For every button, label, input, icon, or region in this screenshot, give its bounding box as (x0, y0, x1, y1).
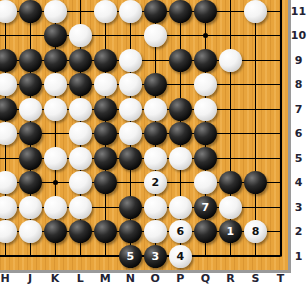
col-label-Q: Q (195, 272, 215, 284)
board-point-L7[interactable] (68, 97, 93, 122)
board-point-S5[interactable] (243, 146, 268, 171)
board-point-L11[interactable] (68, 0, 93, 23)
board-point-S3[interactable] (243, 195, 268, 220)
board-point-O10[interactable] (143, 23, 168, 48)
board-point-P1[interactable]: 4 (168, 244, 193, 269)
white-stone-H4 (0, 171, 17, 194)
board-point-R8[interactable] (218, 72, 243, 97)
board-point-M6[interactable] (93, 121, 118, 146)
white-stone-M8 (94, 73, 117, 96)
board-point-T8[interactable] (268, 72, 288, 97)
board-point-R11[interactable] (218, 0, 243, 23)
board-point-T2[interactable] (268, 220, 288, 245)
white-stone-H6 (0, 122, 17, 145)
white-stone-K7 (44, 98, 67, 121)
black-stone-M9 (94, 49, 117, 72)
black-stone-Q9 (194, 49, 217, 72)
board-point-J10[interactable] (18, 23, 43, 48)
black-stone-Q2 (194, 220, 217, 243)
black-stone-J4 (19, 171, 42, 194)
move-number-label: 7 (202, 202, 210, 213)
black-stone-L2 (69, 220, 92, 243)
star-point-Q10 (203, 33, 208, 38)
white-stone-N7 (119, 98, 142, 121)
board-point-N8[interactable] (118, 72, 143, 97)
board-point-S11[interactable] (243, 0, 268, 23)
white-stone-L7 (69, 98, 92, 121)
board-point-J9[interactable] (18, 48, 43, 73)
row-label-2: 2 (290, 225, 307, 238)
board-point-O5[interactable] (143, 146, 168, 171)
board-point-M9[interactable] (93, 48, 118, 73)
board-point-R5[interactable] (218, 146, 243, 171)
white-stone-M11 (94, 0, 117, 23)
white-stone-N9 (119, 49, 142, 72)
col-label-K: K (45, 272, 65, 284)
white-stone-N11 (119, 0, 142, 23)
board-point-L1[interactable] (68, 244, 93, 269)
board-point-S4[interactable] (243, 171, 268, 196)
board-point-T10[interactable] (268, 23, 288, 48)
row-label-7: 7 (290, 103, 307, 116)
board-point-R3[interactable] (218, 195, 243, 220)
board-point-N5[interactable] (118, 146, 143, 171)
board-point-L2[interactable] (68, 220, 93, 245)
row-label-4: 4 (290, 176, 307, 189)
black-stone-J11 (19, 0, 42, 23)
board-point-K4[interactable] (43, 171, 68, 196)
white-stone-H8 (0, 73, 17, 96)
board-point-Q3[interactable]: 7 (193, 195, 218, 220)
white-stone-O7 (144, 98, 167, 121)
board-point-J3[interactable] (18, 195, 43, 220)
white-stone-L10 (69, 24, 92, 47)
board-point-L10[interactable] (68, 23, 93, 48)
board-point-H6[interactable] (0, 121, 18, 146)
col-label-P: P (170, 272, 190, 284)
board-point-L3[interactable] (68, 195, 93, 220)
white-stone-Q8 (194, 73, 217, 96)
board-point-J6[interactable] (18, 121, 43, 146)
white-stone-N8 (119, 73, 142, 96)
board-point-M7[interactable] (93, 97, 118, 122)
board-point-P3[interactable] (168, 195, 193, 220)
white-stone-H11 (0, 0, 17, 23)
board-point-M2[interactable] (93, 220, 118, 245)
board-point-H10[interactable] (0, 23, 18, 48)
board-point-O11[interactable] (143, 0, 168, 23)
row-label-11: 11 (290, 5, 307, 18)
black-stone-J8 (19, 73, 42, 96)
black-stone-N5 (119, 147, 142, 170)
board-point-S7[interactable] (243, 97, 268, 122)
board-point-N7[interactable] (118, 97, 143, 122)
black-stone-P9 (169, 49, 192, 72)
board-point-P8[interactable] (168, 72, 193, 97)
board-point-Q6[interactable] (193, 121, 218, 146)
board-point-T3[interactable] (268, 195, 288, 220)
black-stone-M5 (94, 147, 117, 170)
board-point-Q1[interactable] (193, 244, 218, 269)
board-point-T6[interactable] (268, 121, 288, 146)
board-point-T4[interactable] (268, 171, 288, 196)
black-stone-H7 (0, 98, 17, 121)
black-stone-N3 (119, 196, 142, 219)
board-point-L4[interactable] (68, 171, 93, 196)
black-stone-S4 (244, 171, 267, 194)
board-point-R1[interactable] (218, 244, 243, 269)
board-point-T11[interactable] (268, 0, 288, 23)
white-stone-O5 (144, 147, 167, 170)
white-stone-P2: 6 (169, 220, 192, 243)
white-stone-S11 (244, 0, 267, 23)
go-board[interactable]: 27618534 (0, 0, 288, 270)
board-point-M5[interactable] (93, 146, 118, 171)
board-point-N10[interactable] (118, 23, 143, 48)
white-stone-Q4 (194, 171, 217, 194)
white-stone-K3 (44, 196, 67, 219)
board-point-R7[interactable] (218, 97, 243, 122)
board-point-P11[interactable] (168, 0, 193, 23)
black-stone-L9 (69, 49, 92, 72)
board-point-Q5[interactable] (193, 146, 218, 171)
black-stone-J9 (19, 49, 42, 72)
col-label-S: S (246, 272, 266, 284)
black-stone-K10 (44, 24, 67, 47)
board-point-T5[interactable] (268, 146, 288, 171)
board-point-J5[interactable] (18, 146, 43, 171)
row-label-5: 5 (290, 152, 307, 165)
board-point-O4[interactable]: 2 (143, 171, 168, 196)
move-number-label: 6 (177, 226, 185, 237)
board-point-Q4[interactable] (193, 171, 218, 196)
black-stone-Q3: 7 (194, 196, 217, 219)
board-point-M3[interactable] (93, 195, 118, 220)
board-point-O1[interactable]: 3 (143, 244, 168, 269)
black-stone-O6 (144, 122, 167, 145)
board-point-O7[interactable] (143, 97, 168, 122)
board-point-Q9[interactable] (193, 48, 218, 73)
white-stone-O3 (144, 196, 167, 219)
white-stone-O10 (144, 24, 167, 47)
board-point-Q10[interactable] (193, 23, 218, 48)
black-stone-M4 (94, 171, 117, 194)
board-point-S2[interactable]: 8 (243, 220, 268, 245)
board-point-P7[interactable] (168, 97, 193, 122)
board-point-N3[interactable] (118, 195, 143, 220)
board-point-J8[interactable] (18, 72, 43, 97)
white-stone-R9 (219, 49, 242, 72)
col-label-R: R (220, 272, 240, 284)
board-point-K8[interactable] (43, 72, 68, 97)
board-point-O8[interactable] (143, 72, 168, 97)
board-point-O9[interactable] (143, 48, 168, 73)
black-stone-O1: 3 (144, 245, 167, 268)
col-label-M: M (95, 272, 115, 284)
board-point-N6[interactable] (118, 121, 143, 146)
row-label-8: 8 (290, 78, 307, 91)
board-point-H8[interactable] (0, 72, 18, 97)
board-point-L5[interactable] (68, 146, 93, 171)
board-point-Q7[interactable] (193, 97, 218, 122)
white-stone-L6 (69, 122, 92, 145)
board-point-N9[interactable] (118, 48, 143, 73)
col-label-O: O (145, 272, 165, 284)
white-stone-L3 (69, 196, 92, 219)
black-stone-P6 (169, 122, 192, 145)
board-point-S6[interactable] (243, 121, 268, 146)
board-point-M4[interactable] (93, 171, 118, 196)
white-stone-O4: 2 (144, 171, 167, 194)
board-point-M1[interactable] (93, 244, 118, 269)
move-number-label: 3 (151, 251, 159, 262)
board-point-P2[interactable]: 6 (168, 220, 193, 245)
board-point-P4[interactable] (168, 171, 193, 196)
board-point-N2[interactable] (118, 220, 143, 245)
board-point-K6[interactable] (43, 121, 68, 146)
white-stone-J7 (19, 98, 42, 121)
board-point-K10[interactable] (43, 23, 68, 48)
board-point-K11[interactable] (43, 0, 68, 23)
black-stone-P11 (169, 0, 192, 23)
board-point-J2[interactable] (18, 220, 43, 245)
white-stone-O2 (144, 220, 167, 243)
board-point-M8[interactable] (93, 72, 118, 97)
white-stone-P3 (169, 196, 192, 219)
board-point-K7[interactable] (43, 97, 68, 122)
black-stone-Q6 (194, 122, 217, 145)
board-point-P10[interactable] (168, 23, 193, 48)
board-point-J11[interactable] (18, 0, 43, 23)
black-stone-J5 (19, 147, 42, 170)
board-point-L6[interactable] (68, 121, 93, 146)
board-point-P5[interactable] (168, 146, 193, 171)
board-point-J4[interactable] (18, 171, 43, 196)
board-point-S1[interactable] (243, 244, 268, 269)
board-point-Q2[interactable] (193, 220, 218, 245)
move-number-label: 8 (252, 226, 260, 237)
board-point-R2[interactable]: 1 (218, 220, 243, 245)
black-stone-P7 (169, 98, 192, 121)
board-point-H11[interactable] (0, 0, 18, 23)
board-point-K3[interactable] (43, 195, 68, 220)
board-point-S8[interactable] (243, 72, 268, 97)
board-point-H9[interactable] (0, 48, 18, 73)
board-point-H2[interactable] (0, 220, 18, 245)
black-stone-M2 (94, 220, 117, 243)
white-stone-L4 (69, 171, 92, 194)
white-stone-R3 (219, 196, 242, 219)
white-stone-K11 (44, 0, 67, 23)
white-stone-K8 (44, 73, 67, 96)
board-point-M10[interactable] (93, 23, 118, 48)
board-grid: 27618534 (0, 0, 288, 269)
board-point-R10[interactable] (218, 23, 243, 48)
board-point-T9[interactable] (268, 48, 288, 73)
board-point-J1[interactable] (18, 244, 43, 269)
board-point-Q11[interactable] (193, 0, 218, 23)
row-label-9: 9 (290, 54, 307, 67)
board-point-L9[interactable] (68, 48, 93, 73)
move-number-label: 2 (151, 177, 159, 188)
black-stone-M7 (94, 98, 117, 121)
white-stone-K5 (44, 147, 67, 170)
white-stone-H3 (0, 196, 17, 219)
board-point-O3[interactable] (143, 195, 168, 220)
black-stone-Q5 (194, 147, 217, 170)
board-point-S10[interactable] (243, 23, 268, 48)
black-stone-H9 (0, 49, 17, 72)
black-stone-N2 (119, 220, 142, 243)
board-point-K9[interactable] (43, 48, 68, 73)
white-stone-S2: 8 (244, 220, 267, 243)
move-number-label: 1 (227, 226, 235, 237)
row-label-3: 3 (290, 201, 307, 214)
board-point-R9[interactable] (218, 48, 243, 73)
white-stone-J2 (19, 220, 42, 243)
board-point-Q8[interactable] (193, 72, 218, 97)
col-label-L: L (70, 272, 90, 284)
white-stone-H2 (0, 220, 17, 243)
board-point-T7[interactable] (268, 97, 288, 122)
white-stone-P5 (169, 147, 192, 170)
board-point-H5[interactable] (0, 146, 18, 171)
black-stone-J6 (19, 122, 42, 145)
star-point-K4 (53, 180, 58, 185)
row-label-10: 10 (290, 29, 307, 42)
move-number-label: 4 (177, 251, 185, 262)
col-label-J: J (20, 272, 40, 284)
move-number-label: 5 (126, 251, 134, 262)
black-stone-N1: 5 (119, 245, 142, 268)
board-point-K1[interactable] (43, 244, 68, 269)
white-stone-P1: 4 (169, 245, 192, 268)
board-point-O6[interactable] (143, 121, 168, 146)
black-stone-K2 (44, 220, 67, 243)
board-point-M11[interactable] (93, 0, 118, 23)
board-point-T1[interactable] (268, 244, 288, 269)
white-stone-J3 (19, 196, 42, 219)
col-label-N: N (120, 272, 140, 284)
board-point-N11[interactable] (118, 0, 143, 23)
board-point-O2[interactable] (143, 220, 168, 245)
board-point-K2[interactable] (43, 220, 68, 245)
black-stone-O11 (144, 0, 167, 23)
black-stone-L8 (69, 73, 92, 96)
board-point-L8[interactable] (68, 72, 93, 97)
board-point-H4[interactable] (0, 171, 18, 196)
white-stone-Q7 (194, 98, 217, 121)
board-point-H3[interactable] (0, 195, 18, 220)
board-point-R6[interactable] (218, 121, 243, 146)
board-point-H7[interactable] (0, 97, 18, 122)
white-stone-L5 (69, 147, 92, 170)
go-diagram: 27618534 HJKLMNOPQRST1110987654321 (0, 0, 308, 284)
board-point-N1[interactable]: 5 (118, 244, 143, 269)
white-stone-N6 (119, 122, 142, 145)
board-point-R4[interactable] (218, 171, 243, 196)
board-point-P6[interactable] (168, 121, 193, 146)
board-point-N4[interactable] (118, 171, 143, 196)
board-point-J7[interactable] (18, 97, 43, 122)
col-label-T: T (271, 272, 291, 284)
board-point-P9[interactable] (168, 48, 193, 73)
row-label-6: 6 (290, 127, 307, 140)
board-point-H1[interactable] (0, 244, 18, 269)
black-stone-K9 (44, 49, 67, 72)
board-point-S9[interactable] (243, 48, 268, 73)
row-label-1: 1 (290, 250, 307, 263)
col-label-H: H (0, 272, 15, 284)
black-stone-R2: 1 (219, 220, 242, 243)
board-point-K5[interactable] (43, 146, 68, 171)
black-stone-R4 (219, 171, 242, 194)
black-stone-M6 (94, 122, 117, 145)
black-stone-Q11 (194, 0, 217, 23)
black-stone-O8 (144, 73, 167, 96)
